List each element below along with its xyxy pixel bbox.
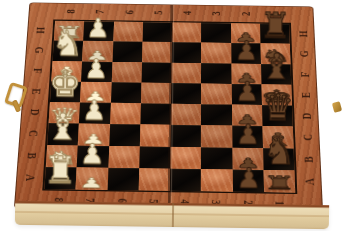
square-a7[interactable]: ♟: [76, 167, 108, 190]
rank-label-top-4: 4: [177, 3, 197, 23]
square-g5[interactable]: [142, 42, 172, 63]
square-b4[interactable]: [170, 147, 201, 169]
white-pawn[interactable]: ♟: [84, 55, 108, 82]
square-b1[interactable]: ♞: [263, 148, 295, 170]
square-a4[interactable]: [170, 168, 201, 191]
square-d4[interactable]: [171, 104, 202, 126]
square-c5[interactable]: [140, 124, 171, 146]
rank-label-top-8: 8: [60, 2, 81, 22]
product-photo-scene: ♜♟♟♜♞♟♟♞♝♟♟♝♚♟♟♚♛♟♟♛♝♟♟♝♞♟♟♞♜♟♟♜ 8877665…: [0, 0, 360, 231]
square-f7[interactable]: ♟: [81, 61, 112, 82]
square-b7[interactable]: ♟: [77, 145, 109, 167]
file-label-left-G: G: [24, 43, 55, 57]
rank-label-top-5: 5: [147, 3, 168, 23]
square-a2[interactable]: ♟: [232, 169, 264, 192]
square-d1[interactable]: ♛: [262, 105, 293, 127]
square-c3[interactable]: [201, 125, 232, 147]
square-a3[interactable]: [201, 169, 232, 192]
file-label-right-F: F: [290, 67, 320, 82]
black-queen[interactable]: ♛: [261, 90, 294, 127]
square-d7[interactable]: ♟: [79, 102, 110, 124]
square-e2[interactable]: ♟: [231, 84, 261, 105]
square-h7[interactable]: ♟: [83, 21, 113, 41]
square-e3[interactable]: [201, 83, 231, 104]
square-g6[interactable]: [112, 41, 142, 62]
square-c6[interactable]: [109, 124, 140, 146]
box-side-edge: [15, 201, 329, 229]
white-rook[interactable]: ♜: [43, 152, 77, 190]
square-b3[interactable]: [201, 147, 232, 169]
square-g4[interactable]: [172, 42, 202, 63]
white-pawn[interactable]: ♟: [79, 176, 105, 190]
square-g8[interactable]: ♞: [53, 41, 84, 62]
square-e4[interactable]: [171, 83, 201, 104]
file-label-left-A: A: [14, 170, 46, 186]
rank-label-top-6: 6: [118, 2, 139, 22]
square-b6[interactable]: [108, 146, 140, 168]
square-e6[interactable]: [110, 82, 141, 103]
square-h5[interactable]: [142, 22, 172, 42]
square-a1[interactable]: ♜: [263, 170, 295, 193]
square-h3[interactable]: [201, 23, 230, 43]
black-rook[interactable]: ♜: [262, 174, 296, 193]
square-f4[interactable]: [171, 62, 201, 83]
rank-label-top-2: 2: [235, 4, 256, 24]
brass-hinge-pin-icon: [332, 101, 342, 113]
square-f1[interactable]: ♝: [261, 64, 291, 85]
white-pawn[interactable]: ♟: [86, 15, 110, 42]
square-b5[interactable]: [139, 146, 170, 168]
square-f3[interactable]: [201, 63, 231, 84]
file-label-right-E: E: [291, 88, 322, 103]
black-rook[interactable]: ♜: [259, 8, 291, 44]
square-d5[interactable]: [140, 103, 171, 125]
square-d3[interactable]: [201, 104, 232, 126]
black-pawn[interactable]: ♟: [234, 37, 258, 64]
square-e8[interactable]: ♚: [50, 81, 81, 102]
file-label-left-C: C: [17, 126, 49, 141]
file-label-right-G: G: [289, 47, 319, 61]
black-pawn[interactable]: ♟: [235, 120, 260, 148]
chess-board: ♜♟♟♜♞♟♟♞♝♟♟♝♚♟♟♚♛♟♟♛♝♟♟♝♞♟♟♞♜♟♟♜ 8877665…: [14, 2, 323, 212]
square-a8[interactable]: ♜: [44, 167, 76, 190]
file-label-right-D: D: [292, 108, 323, 123]
square-f5[interactable]: [141, 62, 171, 83]
square-f6[interactable]: [111, 62, 142, 83]
white-knight[interactable]: ♞: [52, 25, 84, 61]
black-pawn[interactable]: ♟: [235, 78, 260, 105]
file-label-right-B: B: [293, 151, 325, 167]
file-label-right-C: C: [292, 130, 323, 145]
white-king[interactable]: ♚: [49, 66, 82, 102]
file-label-right-H: H: [289, 27, 319, 41]
square-h4[interactable]: [172, 22, 202, 42]
square-d6[interactable]: [110, 103, 141, 125]
square-g2[interactable]: ♟: [231, 43, 261, 64]
square-a5[interactable]: [138, 168, 170, 191]
white-pawn[interactable]: ♟: [80, 139, 105, 167]
square-c2[interactable]: ♟: [232, 126, 263, 148]
square-e5[interactable]: [141, 82, 172, 103]
black-bishop[interactable]: ♝: [260, 48, 293, 84]
white-bishop[interactable]: ♝: [46, 108, 79, 145]
black-pawn[interactable]: ♟: [236, 164, 261, 192]
rank-label-top-3: 3: [206, 4, 226, 24]
square-c4[interactable]: [170, 125, 201, 147]
black-knight[interactable]: ♞: [262, 133, 296, 170]
white-pawn[interactable]: ♟: [82, 96, 107, 124]
square-a6[interactable]: [107, 168, 139, 191]
square-g3[interactable]: [201, 43, 231, 64]
square-h1[interactable]: ♜: [260, 24, 290, 44]
square-c8[interactable]: ♝: [47, 123, 79, 145]
square-h6[interactable]: [113, 22, 143, 42]
file-label-right-A: A: [294, 173, 326, 189]
